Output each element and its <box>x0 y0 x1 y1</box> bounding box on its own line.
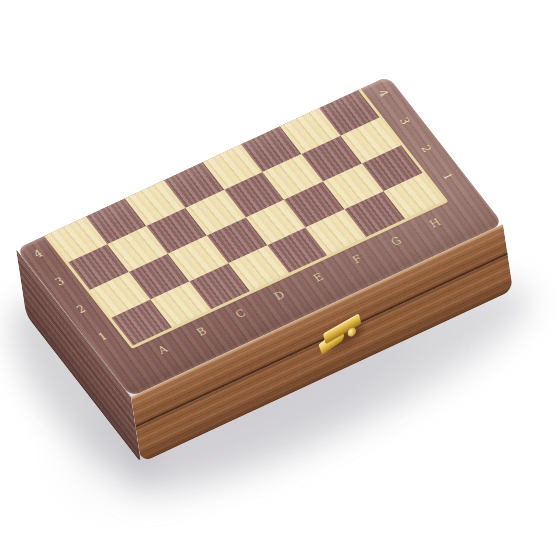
brass-clasp <box>317 310 367 363</box>
file-label-a: A <box>156 344 170 356</box>
rank-label-left-3: 3 <box>53 276 66 288</box>
file-label-g: G <box>389 235 404 247</box>
file-label-h: H <box>427 217 442 230</box>
file-label-f: F <box>351 253 365 265</box>
rank-label-left-2: 2 <box>75 303 88 315</box>
product-photo-scene: 43214321ABCDEFGH <box>0 0 560 560</box>
file-label-c: C <box>233 308 247 320</box>
file-label-d: D <box>272 289 287 301</box>
rank-label-left-4: 4 <box>32 248 45 260</box>
rank-label-right-3: 3 <box>397 116 411 126</box>
rank-label-right-1: 1 <box>440 171 454 181</box>
file-label-b: B <box>195 326 209 338</box>
rank-label-left-1: 1 <box>96 331 109 343</box>
rank-label-right-4: 4 <box>376 88 390 98</box>
file-label-e: E <box>311 271 325 283</box>
rank-label-right-2: 2 <box>419 144 433 154</box>
